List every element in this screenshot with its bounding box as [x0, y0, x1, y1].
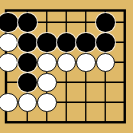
black-stone [96, 33, 116, 53]
black-stone [18, 53, 38, 73]
black-stone [0, 13, 18, 33]
intersection-f2[interactable] [96, 32, 116, 52]
white-stone [0, 33, 18, 53]
intersection-a4[interactable] [0, 72, 18, 92]
intersection-c2[interactable] [37, 32, 57, 52]
black-stone [76, 33, 96, 53]
intersection-g1[interactable] [115, 12, 133, 32]
intersection-d1[interactable] [57, 12, 77, 32]
intersection-e6[interactable] [76, 112, 96, 132]
white-stone [0, 93, 18, 113]
intersection-b5[interactable] [18, 92, 38, 112]
intersection-g5[interactable] [115, 92, 133, 112]
intersection-d3[interactable] [57, 52, 77, 72]
black-stone [37, 33, 57, 53]
intersection-b1[interactable] [18, 12, 38, 32]
intersection-f3[interactable] [96, 52, 116, 72]
intersection-e4[interactable] [76, 72, 96, 92]
intersection-a3[interactable] [0, 52, 18, 72]
intersection-b4[interactable] [18, 72, 38, 92]
intersection-d5[interactable] [57, 92, 77, 112]
intersection-b6[interactable] [18, 112, 38, 132]
white-stone [96, 53, 116, 73]
white-stone [76, 53, 96, 73]
intersection-c4[interactable] [37, 72, 57, 92]
black-stone [18, 13, 38, 33]
stones-grid [0, 12, 133, 132]
intersection-a1[interactable] [0, 12, 18, 32]
white-stone [37, 93, 57, 113]
intersection-c1[interactable] [37, 12, 57, 32]
intersection-a6[interactable] [0, 112, 18, 132]
intersection-d4[interactable] [57, 72, 77, 92]
intersection-a5[interactable] [0, 92, 18, 112]
intersection-b3[interactable] [18, 52, 38, 72]
intersection-g4[interactable] [115, 72, 133, 92]
intersection-g2[interactable] [115, 32, 133, 52]
intersection-d6[interactable] [57, 112, 77, 132]
intersection-g6[interactable] [115, 112, 133, 132]
white-stone [37, 73, 57, 93]
intersection-c5[interactable] [37, 92, 57, 112]
intersection-b2[interactable] [18, 32, 38, 52]
intersection-e5[interactable] [76, 92, 96, 112]
intersection-f5[interactable] [96, 92, 116, 112]
go-board-diagram [0, 0, 133, 133]
intersection-e1[interactable] [76, 12, 96, 32]
white-stone [57, 53, 77, 73]
black-stone [96, 13, 116, 33]
white-stone [0, 53, 18, 73]
intersection-e3[interactable] [76, 52, 96, 72]
intersection-f4[interactable] [96, 72, 116, 92]
intersection-c6[interactable] [37, 112, 57, 132]
intersection-f1[interactable] [96, 12, 116, 32]
intersection-g3[interactable] [115, 52, 133, 72]
intersection-a2[interactable] [0, 32, 18, 52]
intersection-e2[interactable] [76, 32, 96, 52]
white-stone [37, 53, 57, 73]
intersection-c3[interactable] [37, 52, 57, 72]
intersection-f6[interactable] [96, 112, 116, 132]
black-stone [57, 33, 77, 53]
black-stone [18, 33, 38, 53]
white-stone [18, 93, 38, 113]
black-stone [18, 73, 38, 93]
intersection-d2[interactable] [57, 32, 77, 52]
